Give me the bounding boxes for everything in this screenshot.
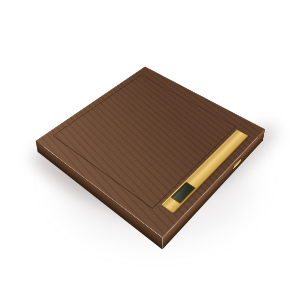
scene	[0, 0, 300, 300]
product-photo-stage	[0, 0, 300, 300]
panel-buttons-right	[239, 135, 240, 136]
chess-computer	[38, 77, 263, 250]
board-top	[36, 67, 265, 239]
